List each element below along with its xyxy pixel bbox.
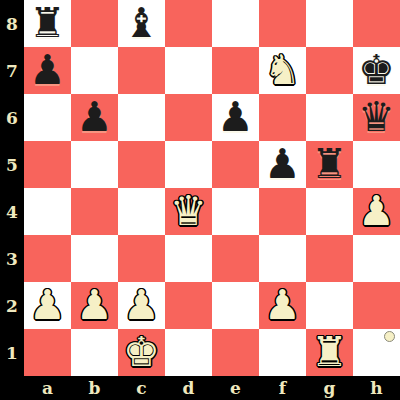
square-e1[interactable]	[212, 329, 259, 376]
square-b3[interactable]	[71, 235, 118, 282]
square-g5[interactable]: ♜	[306, 141, 353, 188]
square-b4[interactable]	[71, 188, 118, 235]
square-f2[interactable]: ♟	[259, 282, 306, 329]
square-c3[interactable]	[118, 235, 165, 282]
file-label-g: g	[306, 376, 353, 400]
file-labels: abcdefgh	[24, 376, 400, 400]
rank-label-5: 5	[0, 141, 24, 188]
black-bishop-c8[interactable]: ♝	[118, 0, 165, 47]
square-a4[interactable]	[24, 188, 71, 235]
square-c2[interactable]: ♟	[118, 282, 165, 329]
square-a8[interactable]: ♜	[24, 0, 71, 47]
square-e2[interactable]	[212, 282, 259, 329]
square-e4[interactable]	[212, 188, 259, 235]
file-label-a: a	[24, 376, 71, 400]
square-d8[interactable]	[165, 0, 212, 47]
rank-label-2: 2	[0, 282, 24, 329]
square-f7[interactable]: ♞	[259, 47, 306, 94]
square-c6[interactable]	[118, 94, 165, 141]
square-b2[interactable]: ♟	[71, 282, 118, 329]
white-king-c1[interactable]: ♚	[118, 329, 165, 376]
black-king-h7[interactable]: ♚	[353, 47, 400, 94]
square-f5[interactable]: ♟	[259, 141, 306, 188]
white-pawn-h4[interactable]: ♟	[353, 188, 400, 235]
black-pawn-a7[interactable]: ♟	[24, 47, 71, 94]
square-a5[interactable]	[24, 141, 71, 188]
square-e3[interactable]	[212, 235, 259, 282]
square-b6[interactable]: ♟	[71, 94, 118, 141]
file-label-d: d	[165, 376, 212, 400]
rank-label-3: 3	[0, 235, 24, 282]
white-to-move-indicator	[384, 331, 395, 342]
chess-board[interactable]: ♜♝♟♞♚♟♟♛♟♜♛♟♟♟♟♟♚♜	[24, 0, 400, 376]
square-e7[interactable]	[212, 47, 259, 94]
chess-puzzle-screenshot: 87654321 ♜♝♟♞♚♟♟♛♟♜♛♟♟♟♟♟♚♜ abcdefgh	[0, 0, 400, 400]
white-knight-f7[interactable]: ♞	[259, 47, 306, 94]
square-c8[interactable]: ♝	[118, 0, 165, 47]
square-g7[interactable]	[306, 47, 353, 94]
square-d1[interactable]	[165, 329, 212, 376]
square-c7[interactable]	[118, 47, 165, 94]
black-pawn-e6[interactable]: ♟	[212, 94, 259, 141]
black-rook-g5[interactable]: ♜	[306, 141, 353, 188]
square-h6[interactable]: ♛	[353, 94, 400, 141]
white-pawn-f2[interactable]: ♟	[259, 282, 306, 329]
file-label-e: e	[212, 376, 259, 400]
rank-labels: 87654321	[0, 0, 24, 376]
white-pawn-a2[interactable]: ♟	[24, 282, 71, 329]
rank-label-6: 6	[0, 94, 24, 141]
file-label-b: b	[71, 376, 118, 400]
square-d3[interactable]	[165, 235, 212, 282]
black-queen-h6[interactable]: ♛	[353, 94, 400, 141]
white-pawn-c2[interactable]: ♟	[118, 282, 165, 329]
square-b8[interactable]	[71, 0, 118, 47]
file-label-c: c	[118, 376, 165, 400]
square-g8[interactable]	[306, 0, 353, 47]
square-e8[interactable]	[212, 0, 259, 47]
square-a1[interactable]	[24, 329, 71, 376]
square-f8[interactable]	[259, 0, 306, 47]
white-queen-d4[interactable]: ♛	[165, 188, 212, 235]
black-pawn-f5[interactable]: ♟	[259, 141, 306, 188]
rank-label-7: 7	[0, 47, 24, 94]
square-b1[interactable]	[71, 329, 118, 376]
square-f3[interactable]	[259, 235, 306, 282]
file-label-h: h	[353, 376, 400, 400]
black-pawn-b6[interactable]: ♟	[71, 94, 118, 141]
square-d4[interactable]: ♛	[165, 188, 212, 235]
square-e6[interactable]: ♟	[212, 94, 259, 141]
white-rook-g1[interactable]: ♜	[306, 329, 353, 376]
square-e5[interactable]	[212, 141, 259, 188]
square-h8[interactable]	[353, 0, 400, 47]
square-h7[interactable]: ♚	[353, 47, 400, 94]
square-d7[interactable]	[165, 47, 212, 94]
square-c1[interactable]: ♚	[118, 329, 165, 376]
square-h3[interactable]	[353, 235, 400, 282]
square-c4[interactable]	[118, 188, 165, 235]
square-g2[interactable]	[306, 282, 353, 329]
square-f4[interactable]	[259, 188, 306, 235]
square-f1[interactable]	[259, 329, 306, 376]
square-c5[interactable]	[118, 141, 165, 188]
square-b7[interactable]	[71, 47, 118, 94]
square-a6[interactable]	[24, 94, 71, 141]
black-rook-a8[interactable]: ♜	[24, 0, 71, 47]
square-g1[interactable]: ♜	[306, 329, 353, 376]
square-f6[interactable]	[259, 94, 306, 141]
square-g4[interactable]	[306, 188, 353, 235]
rank-label-4: 4	[0, 188, 24, 235]
square-d2[interactable]	[165, 282, 212, 329]
square-g6[interactable]	[306, 94, 353, 141]
square-b5[interactable]	[71, 141, 118, 188]
square-h4[interactable]: ♟	[353, 188, 400, 235]
square-d5[interactable]	[165, 141, 212, 188]
file-label-f: f	[259, 376, 306, 400]
square-a7[interactable]: ♟	[24, 47, 71, 94]
square-a2[interactable]: ♟	[24, 282, 71, 329]
square-d6[interactable]	[165, 94, 212, 141]
square-h5[interactable]	[353, 141, 400, 188]
square-a3[interactable]	[24, 235, 71, 282]
square-g3[interactable]	[306, 235, 353, 282]
white-pawn-b2[interactable]: ♟	[71, 282, 118, 329]
rank-label-1: 1	[0, 329, 24, 376]
square-h2[interactable]	[353, 282, 400, 329]
rank-label-8: 8	[0, 0, 24, 47]
